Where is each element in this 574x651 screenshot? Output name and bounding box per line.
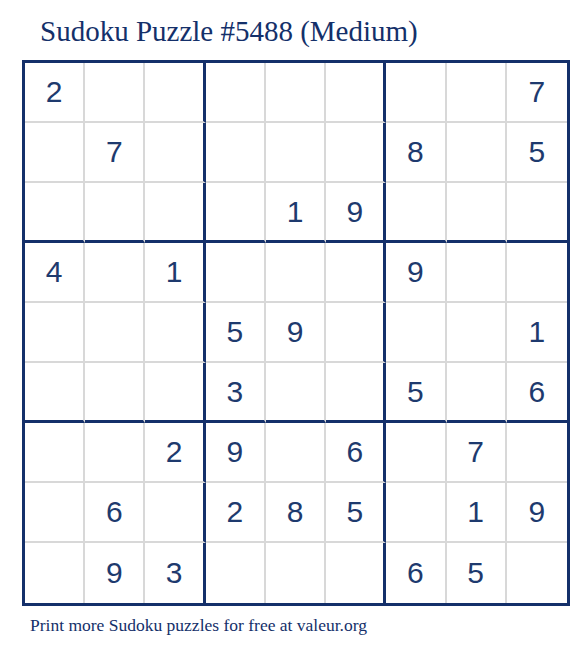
cell-r5c2-empty[interactable] xyxy=(85,303,145,363)
cell-r9c9-empty[interactable] xyxy=(507,543,567,603)
cell-r6c6-empty[interactable] xyxy=(326,363,386,423)
cell-r4c8-empty[interactable] xyxy=(447,243,507,303)
cell-r6c8-empty[interactable] xyxy=(447,363,507,423)
cell-r2c6-empty[interactable] xyxy=(326,123,386,183)
cell-r3c4-empty[interactable] xyxy=(206,183,266,243)
cell-r2c7-given[interactable]: 8 xyxy=(386,123,446,183)
cell-r5c8-empty[interactable] xyxy=(447,303,507,363)
cell-r2c4-empty[interactable] xyxy=(206,123,266,183)
sudoku-page: Sudoku Puzzle #5488 (Medium) 27785194195… xyxy=(0,0,574,651)
cell-r1c7-empty[interactable] xyxy=(386,63,446,123)
cell-r1c3-empty[interactable] xyxy=(145,63,205,123)
cell-r8c9-given[interactable]: 9 xyxy=(507,483,567,543)
cell-r3c7-empty[interactable] xyxy=(386,183,446,243)
cell-r4c1-given[interactable]: 4 xyxy=(25,243,85,303)
cell-r4c5-empty[interactable] xyxy=(266,243,326,303)
cell-r8c5-given[interactable]: 8 xyxy=(266,483,326,543)
cell-r1c6-empty[interactable] xyxy=(326,63,386,123)
cell-r2c1-empty[interactable] xyxy=(25,123,85,183)
cell-r8c6-given[interactable]: 5 xyxy=(326,483,386,543)
cell-r1c4-empty[interactable] xyxy=(206,63,266,123)
cell-r6c2-empty[interactable] xyxy=(85,363,145,423)
cell-r4c7-given[interactable]: 9 xyxy=(386,243,446,303)
page-title: Sudoku Puzzle #5488 (Medium) xyxy=(40,14,418,48)
cell-r1c1-given[interactable]: 2 xyxy=(25,63,85,123)
cell-r2c9-given[interactable]: 5 xyxy=(507,123,567,183)
cell-r9c4-empty[interactable] xyxy=(206,543,266,603)
cell-r6c9-given[interactable]: 6 xyxy=(507,363,567,423)
cell-r8c3-empty[interactable] xyxy=(145,483,205,543)
cell-r4c9-empty[interactable] xyxy=(507,243,567,303)
cell-r7c6-given[interactable]: 6 xyxy=(326,423,386,483)
cell-r2c2-given[interactable]: 7 xyxy=(85,123,145,183)
cell-r9c5-empty[interactable] xyxy=(266,543,326,603)
cell-r7c3-given[interactable]: 2 xyxy=(145,423,205,483)
cell-r8c4-given[interactable]: 2 xyxy=(206,483,266,543)
footer-text: Print more Sudoku puzzles for free at va… xyxy=(30,615,367,636)
cell-r3c1-empty[interactable] xyxy=(25,183,85,243)
cell-r3c9-empty[interactable] xyxy=(507,183,567,243)
cell-r6c4-given[interactable]: 3 xyxy=(206,363,266,423)
cell-r5c1-empty[interactable] xyxy=(25,303,85,363)
cell-r3c2-empty[interactable] xyxy=(85,183,145,243)
cell-r5c9-given[interactable]: 1 xyxy=(507,303,567,363)
cell-r1c2-empty[interactable] xyxy=(85,63,145,123)
cell-r4c6-empty[interactable] xyxy=(326,243,386,303)
cell-r6c3-empty[interactable] xyxy=(145,363,205,423)
cell-r7c1-empty[interactable] xyxy=(25,423,85,483)
cell-r7c5-empty[interactable] xyxy=(266,423,326,483)
cell-r3c6-given[interactable]: 9 xyxy=(326,183,386,243)
cell-r6c5-empty[interactable] xyxy=(266,363,326,423)
cell-r7c8-given[interactable]: 7 xyxy=(447,423,507,483)
cell-r2c3-empty[interactable] xyxy=(145,123,205,183)
cell-r5c7-empty[interactable] xyxy=(386,303,446,363)
cell-r5c4-given[interactable]: 5 xyxy=(206,303,266,363)
cell-r6c1-empty[interactable] xyxy=(25,363,85,423)
cell-r7c7-empty[interactable] xyxy=(386,423,446,483)
cell-r3c3-empty[interactable] xyxy=(145,183,205,243)
cell-r8c2-given[interactable]: 6 xyxy=(85,483,145,543)
cell-r9c7-given[interactable]: 6 xyxy=(386,543,446,603)
cell-r4c4-empty[interactable] xyxy=(206,243,266,303)
cell-r1c9-given[interactable]: 7 xyxy=(507,63,567,123)
cell-r2c5-empty[interactable] xyxy=(266,123,326,183)
cell-r2c8-empty[interactable] xyxy=(447,123,507,183)
cell-r4c2-empty[interactable] xyxy=(85,243,145,303)
cell-r8c8-given[interactable]: 1 xyxy=(447,483,507,543)
cell-r1c5-empty[interactable] xyxy=(266,63,326,123)
cell-r4c3-given[interactable]: 1 xyxy=(145,243,205,303)
sudoku-grid: 277851941959135629676285199365 xyxy=(22,60,570,606)
cell-r8c7-empty[interactable] xyxy=(386,483,446,543)
cell-r7c2-empty[interactable] xyxy=(85,423,145,483)
cell-r3c8-empty[interactable] xyxy=(447,183,507,243)
cell-r5c3-empty[interactable] xyxy=(145,303,205,363)
cell-r9c3-given[interactable]: 3 xyxy=(145,543,205,603)
cell-r6c7-given[interactable]: 5 xyxy=(386,363,446,423)
cell-r8c1-empty[interactable] xyxy=(25,483,85,543)
cell-r7c4-given[interactable]: 9 xyxy=(206,423,266,483)
cell-r9c8-given[interactable]: 5 xyxy=(447,543,507,603)
cell-r3c5-given[interactable]: 1 xyxy=(266,183,326,243)
cell-r9c1-empty[interactable] xyxy=(25,543,85,603)
cell-r5c6-empty[interactable] xyxy=(326,303,386,363)
cell-r1c8-empty[interactable] xyxy=(447,63,507,123)
cell-r5c5-given[interactable]: 9 xyxy=(266,303,326,363)
cell-r7c9-empty[interactable] xyxy=(507,423,567,483)
cell-r9c2-given[interactable]: 9 xyxy=(85,543,145,603)
cell-r9c6-empty[interactable] xyxy=(326,543,386,603)
